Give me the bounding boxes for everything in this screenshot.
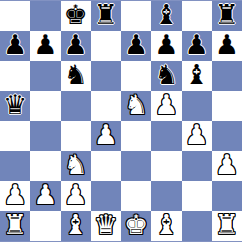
square-d6[interactable] [91,61,121,91]
square-f3[interactable] [151,151,181,181]
piece-white-king[interactable]: ♚ [124,211,148,240]
square-f8[interactable]: ♝ [151,1,181,31]
piece-white-bishop[interactable]: ♝ [154,211,178,240]
square-f1[interactable]: ♝ [151,211,181,241]
square-e2[interactable] [121,181,151,211]
square-b6[interactable] [30,61,60,91]
square-h4[interactable] [212,121,242,151]
square-c2[interactable]: ♟ [61,181,91,211]
piece-black-bishop[interactable]: ♝ [154,1,178,30]
square-d2[interactable] [91,181,121,211]
piece-white-rook[interactable]: ♜ [3,211,27,240]
piece-black-pawn[interactable]: ♟ [64,31,88,60]
piece-black-knight[interactable]: ♞ [64,61,88,90]
piece-white-pawn[interactable]: ♟ [215,151,239,180]
square-b8[interactable] [30,1,60,31]
piece-white-rook[interactable]: ♜ [215,211,239,240]
piece-black-queen[interactable]: ♛ [3,91,27,120]
piece-black-pawn[interactable]: ♟ [33,31,57,60]
square-f7[interactable]: ♟ [151,31,181,61]
square-d1[interactable]: ♛ [91,211,121,241]
square-a8[interactable] [0,1,30,31]
square-f6[interactable]: ♞ [151,61,181,91]
square-g8[interactable] [182,1,212,31]
square-g3[interactable] [182,151,212,181]
piece-black-pawn[interactable]: ♟ [185,31,209,60]
square-b3[interactable] [30,151,60,181]
piece-white-queen[interactable]: ♛ [94,211,118,240]
square-b2[interactable]: ♟ [30,181,60,211]
piece-black-rook[interactable]: ♜ [94,1,118,30]
piece-black-pawn[interactable]: ♟ [215,31,239,60]
square-e7[interactable]: ♟ [121,31,151,61]
square-c5[interactable] [61,91,91,121]
square-h7[interactable]: ♟ [212,31,242,61]
piece-white-pawn[interactable]: ♟ [33,181,57,210]
piece-black-knight[interactable]: ♞ [154,61,178,90]
piece-black-king[interactable]: ♚ [64,1,88,30]
square-g5[interactable] [182,91,212,121]
square-g7[interactable]: ♟ [182,31,212,61]
square-h3[interactable]: ♟ [212,151,242,181]
square-a5[interactable]: ♛ [0,91,30,121]
piece-black-pawn[interactable]: ♟ [124,31,148,60]
square-d8[interactable]: ♜ [91,1,121,31]
square-a6[interactable] [0,61,30,91]
piece-black-rook[interactable]: ♜ [215,1,239,30]
square-e6[interactable] [121,61,151,91]
square-a4[interactable] [0,121,30,151]
piece-black-bishop[interactable]: ♝ [185,61,209,90]
square-h2[interactable] [212,181,242,211]
square-e4[interactable] [121,121,151,151]
square-g4[interactable]: ♟ [182,121,212,151]
square-c7[interactable]: ♟ [61,31,91,61]
square-h6[interactable] [212,61,242,91]
piece-white-pawn[interactable]: ♟ [94,121,118,150]
piece-black-pawn[interactable]: ♟ [154,31,178,60]
square-b7[interactable]: ♟ [30,31,60,61]
square-g6[interactable]: ♝ [182,61,212,91]
square-e8[interactable] [121,1,151,31]
square-c3[interactable]: ♞ [61,151,91,181]
piece-white-pawn[interactable]: ♟ [64,181,88,210]
square-d7[interactable] [91,31,121,61]
piece-white-pawn[interactable]: ♟ [185,121,209,150]
square-h5[interactable] [212,91,242,121]
piece-white-pawn[interactable]: ♟ [3,181,27,210]
square-e3[interactable] [121,151,151,181]
piece-white-bishop[interactable]: ♝ [64,211,88,240]
square-c6[interactable]: ♞ [61,61,91,91]
square-h1[interactable]: ♜ [212,211,242,241]
piece-white-pawn[interactable]: ♟ [154,91,178,120]
square-f4[interactable] [151,121,181,151]
square-c4[interactable] [61,121,91,151]
square-g2[interactable] [182,181,212,211]
square-e5[interactable]: ♞ [121,91,151,121]
square-d4[interactable]: ♟ [91,121,121,151]
square-a2[interactable]: ♟ [0,181,30,211]
piece-white-knight[interactable]: ♞ [124,91,148,120]
square-b1[interactable] [30,211,60,241]
square-h8[interactable]: ♜ [212,1,242,31]
square-g1[interactable] [182,211,212,241]
square-a1[interactable]: ♜ [0,211,30,241]
square-a7[interactable]: ♟ [0,31,30,61]
square-a3[interactable] [0,151,30,181]
square-d3[interactable] [91,151,121,181]
square-b5[interactable] [30,91,60,121]
square-c8[interactable]: ♚ [61,1,91,31]
square-b4[interactable] [30,121,60,151]
chess-board: ♚♜♝♜♟♟♟♟♟♟♟♞♞♝♛♞♟♟♟♞♟♟♟♟♜♝♛♚♝♜ [0,0,242,242]
piece-white-knight[interactable]: ♞ [64,151,88,180]
square-f5[interactable]: ♟ [151,91,181,121]
square-f2[interactable] [151,181,181,211]
piece-black-pawn[interactable]: ♟ [3,31,27,60]
square-d5[interactable] [91,91,121,121]
square-e1[interactable]: ♚ [121,211,151,241]
square-c1[interactable]: ♝ [61,211,91,241]
